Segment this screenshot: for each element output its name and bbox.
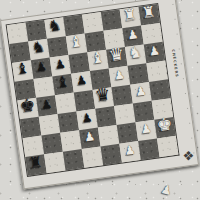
- white-bishop: ♝: [90, 50, 105, 67]
- square-r8c6: ♟: [119, 141, 140, 162]
- square-r8c3: [63, 149, 84, 170]
- chessboard: ♞♜♜♞♝♟♝♟♟♝♛♞♟♝♟♟♚♟♛♟♟♟♟♚♜♟ CHECKERS ❖: [0, 0, 199, 189]
- black-rook: ♜: [28, 154, 43, 171]
- photo-background: ♞♜♜♞♝♟♝♟♟♝♛♞♟♝♟♟♚♟♛♟♟♟♟♚♜♟ CHECKERS ❖ ♟: [0, 0, 200, 200]
- black-pawn: ♟: [54, 58, 66, 71]
- black-knight: ♞: [47, 17, 62, 34]
- square-r8c7: [138, 138, 159, 159]
- black-bishop: ♝: [15, 60, 30, 77]
- black-pawn: ♟: [40, 98, 52, 111]
- black-pawn: ♟: [75, 74, 87, 87]
- square-r8c4: [82, 146, 103, 167]
- compass-logo-icon: ❖: [183, 149, 195, 162]
- black-pawn: ♟: [35, 60, 47, 73]
- white-pawn: ♟: [124, 144, 136, 157]
- white-pawn: ♟: [140, 122, 152, 135]
- white-pawn: ♟: [113, 68, 125, 81]
- square-r8c1: ♜: [25, 154, 46, 175]
- white-pawn: ♟: [135, 85, 147, 98]
- black-pawn: ♟: [81, 111, 93, 124]
- black-bishop: ♝: [55, 74, 70, 91]
- board-grid: ♞♜♜♞♝♟♝♟♟♝♛♞♟♝♟♟♚♟♛♟♟♟♟♚♜♟: [7, 4, 179, 176]
- board-brand-text: CHECKERS: [171, 49, 179, 78]
- black-knight: ♞: [31, 39, 46, 56]
- square-r8c8: [157, 136, 178, 157]
- white-rook: ♜: [122, 7, 137, 24]
- white-pawn: ♟: [83, 130, 95, 143]
- offboard-white-pawn: ♟: [160, 183, 173, 197]
- white-pawn: ♟: [148, 44, 160, 57]
- square-r8c5: [101, 144, 122, 165]
- white-pawn: ♟: [127, 28, 139, 41]
- white-rook: ♜: [141, 4, 156, 21]
- white-knight: ♞: [128, 44, 143, 61]
- white-bishop: ♝: [68, 33, 83, 50]
- square-r8c2: [44, 152, 65, 173]
